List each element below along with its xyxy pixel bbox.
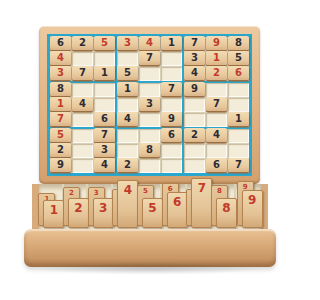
cell-r2c6[interactable] bbox=[161, 52, 182, 66]
cell-r1c4[interactable]: 3 bbox=[117, 37, 138, 51]
cell-r5c5[interactable]: 3 bbox=[139, 98, 160, 112]
number-tile-r5c8-7[interactable]: 7 bbox=[206, 97, 227, 111]
cell-r4c2[interactable] bbox=[72, 83, 93, 97]
cell-r7c1[interactable]: 5 bbox=[50, 129, 71, 143]
cell-r8c6[interactable] bbox=[161, 144, 182, 158]
number-tile-r1c8-9[interactable]: 9 bbox=[206, 36, 227, 50]
cell-r4c1[interactable]: 8 bbox=[50, 83, 71, 97]
cell-r8c2[interactable] bbox=[72, 144, 93, 158]
cell-r2c4[interactable] bbox=[117, 52, 138, 66]
number-tile-r3c7-4[interactable]: 4 bbox=[184, 66, 205, 80]
grid-block-2-1: 81476 bbox=[50, 83, 115, 127]
number-tile-r3c1-3[interactable]: 3 bbox=[50, 66, 71, 80]
cell-r3c6[interactable] bbox=[161, 67, 182, 81]
cell-r1c2[interactable]: 2 bbox=[72, 37, 93, 51]
number-tile-r6c3-6[interactable]: 6 bbox=[94, 112, 115, 126]
grid-block-1-3: 798315426 bbox=[184, 37, 249, 81]
number-tile-r2c7-3[interactable]: 3 bbox=[184, 51, 205, 65]
cell-r4c3[interactable] bbox=[94, 83, 115, 97]
drawer-slot-7: 77 bbox=[187, 184, 212, 232]
number-tile-r1c6-1[interactable]: 1 bbox=[161, 36, 182, 50]
drawer-slot-9: 99 bbox=[236, 184, 261, 232]
drawer-front-handle[interactable] bbox=[24, 229, 276, 267]
drawer-tray[interactable]: 112233445566778899 bbox=[32, 184, 268, 232]
cell-r1c7[interactable]: 7 bbox=[184, 37, 205, 51]
cell-r7c8[interactable]: 4 bbox=[206, 129, 227, 143]
number-tile-r2c5-7[interactable]: 7 bbox=[139, 51, 160, 65]
number-tile-r2c9-5[interactable]: 5 bbox=[228, 51, 249, 65]
board-frame: 6254371341757983154268147617349971572394… bbox=[39, 26, 260, 184]
cell-r1c8[interactable]: 9 bbox=[206, 37, 227, 51]
number-tile-r9c9-7[interactable]: 7 bbox=[228, 158, 249, 172]
number-tile-r1c9-8[interactable]: 8 bbox=[228, 36, 249, 50]
cell-r9c3[interactable]: 4 bbox=[94, 159, 115, 173]
cell-r1c9[interactable]: 8 bbox=[228, 37, 249, 51]
cell-r2c9[interactable]: 5 bbox=[228, 52, 249, 66]
cell-r4c6[interactable]: 7 bbox=[161, 83, 182, 97]
cell-r4c4[interactable]: 1 bbox=[117, 83, 138, 97]
number-tile-r9c8-6[interactable]: 6 bbox=[206, 158, 227, 172]
number-tile-r5c1-1[interactable]: 1 bbox=[50, 97, 71, 111]
cell-r3c9[interactable]: 6 bbox=[228, 67, 249, 81]
grid-block-1-2: 34175 bbox=[117, 37, 182, 81]
number-tile-r9c1-9[interactable]: 9 bbox=[50, 158, 71, 172]
number-tile-r6c9-1[interactable]: 1 bbox=[228, 112, 249, 126]
cell-r9c9[interactable]: 7 bbox=[228, 159, 249, 173]
cell-r7c6[interactable]: 6 bbox=[161, 129, 182, 143]
cell-r4c7[interactable]: 9 bbox=[184, 83, 205, 97]
number-tile-r7c3-7[interactable]: 7 bbox=[94, 128, 115, 142]
drawer-tile-6[interactable]: 6 bbox=[167, 192, 188, 228]
cell-r2c3[interactable] bbox=[94, 52, 115, 66]
cell-r3c3[interactable]: 1 bbox=[94, 67, 115, 81]
cell-r2c2[interactable] bbox=[72, 52, 93, 66]
number-tile-r7c6-6[interactable]: 6 bbox=[161, 128, 182, 142]
grid-block-3-2: 682 bbox=[117, 129, 182, 173]
cell-r3c2[interactable]: 7 bbox=[72, 67, 93, 81]
number-tile-r3c2-7[interactable]: 7 bbox=[72, 66, 93, 80]
cell-r7c9[interactable] bbox=[228, 129, 249, 143]
cell-r9c1[interactable]: 9 bbox=[50, 159, 71, 173]
drawer-tile-5[interactable]: 5 bbox=[142, 198, 163, 228]
number-tile-r4c6-7[interactable]: 7 bbox=[161, 82, 182, 96]
cell-r6c2[interactable] bbox=[72, 113, 93, 127]
cell-r1c6[interactable]: 1 bbox=[161, 37, 182, 51]
number-tile-r5c2-4[interactable]: 4 bbox=[72, 97, 93, 111]
cell-r8c4[interactable] bbox=[117, 144, 138, 158]
cell-r3c1[interactable]: 3 bbox=[50, 67, 71, 81]
cell-r2c7[interactable]: 3 bbox=[184, 52, 205, 66]
number-tile-r3c3-1[interactable]: 1 bbox=[94, 66, 115, 80]
drawer-tile-8[interactable]: 8 bbox=[216, 198, 237, 228]
cell-r6c3[interactable]: 6 bbox=[94, 113, 115, 127]
cell-r7c2[interactable] bbox=[72, 129, 93, 143]
cell-r2c5[interactable]: 7 bbox=[139, 52, 160, 66]
cell-r9c7[interactable] bbox=[184, 159, 205, 173]
cell-r5c4[interactable] bbox=[117, 98, 138, 112]
cell-r8c1[interactable]: 2 bbox=[50, 144, 71, 158]
number-tile-r9c4-2[interactable]: 2 bbox=[117, 158, 138, 172]
number-tile-r4c4-1[interactable]: 1 bbox=[117, 82, 138, 96]
cell-r5c7[interactable] bbox=[184, 98, 205, 112]
cell-r5c1[interactable]: 1 bbox=[50, 98, 71, 112]
number-tile-r8c3-3[interactable]: 3 bbox=[94, 143, 115, 157]
number-tile-r2c8-1[interactable]: 1 bbox=[206, 51, 227, 65]
number-tile-r3c8-2[interactable]: 2 bbox=[206, 66, 227, 80]
number-tile-r4c7-9[interactable]: 9 bbox=[184, 82, 205, 96]
drawer-tile-7[interactable]: 7 bbox=[191, 178, 212, 228]
floor-shadow bbox=[34, 263, 266, 275]
cell-r1c3[interactable]: 5 bbox=[94, 37, 115, 51]
drawer-slots: 112233445566778899 bbox=[39, 184, 261, 232]
cell-r6c5[interactable] bbox=[139, 113, 160, 127]
number-tile-r1c5-4[interactable]: 4 bbox=[139, 36, 160, 50]
cell-r7c3[interactable]: 7 bbox=[94, 129, 115, 143]
cell-r8c8[interactable] bbox=[206, 144, 227, 158]
cell-r9c5[interactable] bbox=[139, 159, 160, 173]
cell-r5c8[interactable]: 7 bbox=[206, 98, 227, 112]
cell-r7c7[interactable]: 2 bbox=[184, 129, 205, 143]
drawer-tile-9[interactable]: 9 bbox=[242, 190, 263, 228]
cell-r8c9[interactable] bbox=[228, 144, 249, 158]
number-tile-r4c1-8[interactable]: 8 bbox=[50, 82, 71, 96]
cell-r9c4[interactable]: 2 bbox=[117, 159, 138, 173]
drawer-slot-6: 66 bbox=[162, 184, 187, 232]
drawer-slot-3: 33 bbox=[88, 184, 113, 232]
cell-r5c3[interactable] bbox=[94, 98, 115, 112]
number-tile-r1c4-3[interactable]: 3 bbox=[117, 36, 138, 50]
cell-r2c1[interactable]: 4 bbox=[50, 52, 71, 66]
cell-r3c5[interactable] bbox=[139, 67, 160, 81]
drawer-tile-2[interactable]: 2 bbox=[68, 198, 89, 228]
sudoku-grid: 6254371341757983154268147617349971572394… bbox=[47, 34, 252, 176]
cell-r8c5[interactable]: 8 bbox=[139, 144, 160, 158]
number-tile-r5c5-3[interactable]: 3 bbox=[139, 97, 160, 111]
drawer-tile-1[interactable]: 1 bbox=[43, 200, 64, 228]
cell-r5c2[interactable]: 4 bbox=[72, 98, 93, 112]
cell-r1c5[interactable]: 4 bbox=[139, 37, 160, 51]
number-tile-r6c6-9[interactable]: 9 bbox=[161, 112, 182, 126]
number-tile-r3c9-6[interactable]: 6 bbox=[228, 66, 249, 80]
cell-r1c1[interactable]: 6 bbox=[50, 37, 71, 51]
cell-r3c8[interactable]: 2 bbox=[206, 67, 227, 81]
number-tile-r1c7-7[interactable]: 7 bbox=[184, 36, 205, 50]
number-tile-r7c1-5[interactable]: 5 bbox=[50, 128, 71, 142]
grid-block-2-3: 971 bbox=[184, 83, 249, 127]
number-tile-r2c1-4[interactable]: 4 bbox=[50, 51, 71, 65]
cell-r6c1[interactable]: 7 bbox=[50, 113, 71, 127]
drawer-slot-8: 88 bbox=[212, 184, 237, 232]
grid-block-2-2: 17349 bbox=[117, 83, 182, 127]
drawer-slot-4: 44 bbox=[113, 184, 138, 232]
cell-r9c2[interactable] bbox=[72, 159, 93, 173]
cell-r5c9[interactable] bbox=[228, 98, 249, 112]
cell-r3c7[interactable]: 4 bbox=[184, 67, 205, 81]
cell-r8c7[interactable] bbox=[184, 144, 205, 158]
drawer-slot-1: 11 bbox=[39, 184, 64, 232]
number-tile-r8c5-8[interactable]: 8 bbox=[139, 143, 160, 157]
cell-r6c6[interactable]: 9 bbox=[161, 113, 182, 127]
grid-block-3-3: 2467 bbox=[184, 129, 249, 173]
cell-r9c8[interactable]: 6 bbox=[206, 159, 227, 173]
cell-r3c4[interactable]: 5 bbox=[117, 67, 138, 81]
drawer-tile-3[interactable]: 3 bbox=[93, 198, 114, 228]
cell-r6c8[interactable] bbox=[206, 113, 227, 127]
cell-r4c9[interactable] bbox=[228, 83, 249, 97]
number-tile-r6c1-7[interactable]: 7 bbox=[50, 112, 71, 126]
number-tile-r3c4-5[interactable]: 5 bbox=[117, 66, 138, 80]
cell-r5c6[interactable] bbox=[161, 98, 182, 112]
drawer-slot-2: 22 bbox=[64, 184, 89, 232]
number-tile-r6c4-4[interactable]: 4 bbox=[117, 112, 138, 126]
cell-r6c9[interactable]: 1 bbox=[228, 113, 249, 127]
cell-r6c4[interactable]: 4 bbox=[117, 113, 138, 127]
number-tile-r9c3-4[interactable]: 4 bbox=[94, 158, 115, 172]
cell-r4c5[interactable] bbox=[139, 83, 160, 97]
number-tile-r8c1-2[interactable]: 2 bbox=[50, 143, 71, 157]
number-tile-r1c2-2[interactable]: 2 bbox=[72, 36, 93, 50]
cell-r6c7[interactable] bbox=[184, 113, 205, 127]
number-tile-r7c7-2[interactable]: 2 bbox=[184, 128, 205, 142]
drawer-slot-5: 55 bbox=[138, 184, 163, 232]
cell-r2c8[interactable]: 1 bbox=[206, 52, 227, 66]
drawer-tile-4[interactable]: 4 bbox=[117, 180, 138, 228]
cell-r7c5[interactable] bbox=[139, 129, 160, 143]
cell-r7c4[interactable] bbox=[117, 129, 138, 143]
cell-r9c6[interactable] bbox=[161, 159, 182, 173]
grid-block-1-1: 6254371 bbox=[50, 37, 115, 81]
number-tile-r1c3-5[interactable]: 5 bbox=[94, 36, 115, 50]
number-tile-r1c1-6[interactable]: 6 bbox=[50, 36, 71, 50]
grid-block-3-1: 572394 bbox=[50, 129, 115, 173]
cell-r4c8[interactable] bbox=[206, 83, 227, 97]
cell-r8c3[interactable]: 3 bbox=[94, 144, 115, 158]
number-tile-r7c8-4[interactable]: 4 bbox=[206, 128, 227, 142]
